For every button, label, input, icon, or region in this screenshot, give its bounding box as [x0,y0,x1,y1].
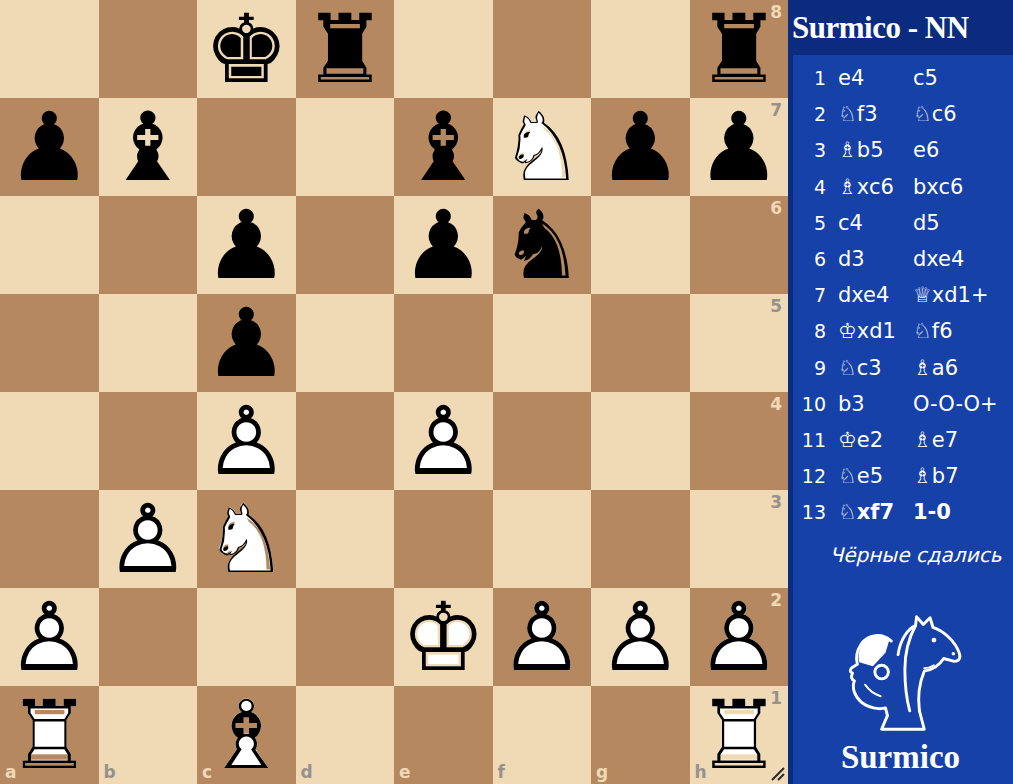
move-row-12: 12♘e5♗b7 [788,458,1013,494]
move-black[interactable]: ♗b7 [913,464,1013,488]
move-row-3: 3♗b5e6 [788,132,1013,168]
square-g7[interactable]: ♟ [591,98,690,196]
white-pawn-outline: ♙ [493,588,592,686]
white-knight-outline: ♘ [197,490,296,588]
move-row-11: 11♔e2♗e7 [788,422,1013,458]
square-h4[interactable]: 4 [690,392,789,490]
square-f3[interactable] [493,490,592,588]
rank-label-6: 6 [770,200,782,217]
move-row-7: 7dxe4♕xd1+ [788,277,1013,313]
move-black[interactable]: ♘c6 [913,102,1013,126]
square-c7[interactable] [197,98,296,196]
square-h6[interactable]: 6 [690,196,789,294]
square-f2[interactable]: ♟♙ [493,588,592,686]
move-number: 7 [788,284,838,306]
file-label-e: e [399,764,411,781]
move-row-4: 4♗xc6bxc6 [788,169,1013,205]
move-white[interactable]: d3 [838,247,913,271]
file-label-a: a [5,764,16,781]
black-bishop: ♝ [99,98,198,196]
square-a3[interactable] [0,490,99,588]
rank-label-3: 3 [770,494,782,511]
square-f8[interactable] [493,0,592,98]
square-b5[interactable] [99,294,198,392]
head-and-knight-logo-icon [831,611,971,737]
square-d2[interactable] [296,588,395,686]
square-c6[interactable]: ♟ [197,196,296,294]
square-h2[interactable]: ♟♙2 [690,588,789,686]
black-pawn: ♟ [197,196,296,294]
square-f4[interactable] [493,392,592,490]
black-king: ♚ [197,0,296,98]
move-number: 4 [788,176,838,198]
move-white[interactable]: ♗xc6 [838,175,913,199]
chess-board: ♚♜♜8♟♝♝♞♘♟♟7♟♟♞6♟5♟♙♟♙4♟♙♞♘3♟♙♚♔♟♙♟♙♟♙2♜… [0,0,788,784]
resize-handle-icon[interactable] [769,765,786,782]
black-knight: ♞ [493,196,592,294]
square-b8[interactable] [99,0,198,98]
square-a4[interactable] [0,392,99,490]
square-d8[interactable]: ♜ [296,0,395,98]
move-black[interactable]: ♗e7 [913,428,1013,452]
move-row-13: 13♘xf71-0 [788,494,1013,530]
square-g2[interactable]: ♟♙ [591,588,690,686]
square-d4[interactable] [296,392,395,490]
move-number: 2 [788,103,838,125]
move-number: 13 [788,501,838,523]
white-king-outline: ♔ [394,588,493,686]
square-d6[interactable] [296,196,395,294]
square-f7[interactable]: ♞♘ [493,98,592,196]
square-c1[interactable]: ♝♗c [197,686,296,784]
move-row-9: 9♘c3♗a6 [788,350,1013,386]
file-label-h: h [695,764,707,781]
black-pawn: ♟ [197,294,296,392]
move-white[interactable]: e4 [838,66,913,90]
move-white[interactable]: ♘e5 [838,464,913,488]
move-number: 1 [788,67,838,89]
white-king: ♚ [394,588,493,686]
square-a5[interactable] [0,294,99,392]
move-list: 1e4c52♘f3♘c63♗b5e64♗xc6bxc65c4d56d3dxe47… [788,55,1013,530]
white-pawn-outline: ♙ [0,588,99,686]
file-label-b: b [104,764,116,781]
title-band: Surmico - NN [788,0,1013,55]
square-b2[interactable] [99,588,198,686]
square-a7[interactable]: ♟ [0,98,99,196]
rank-label-7: 7 [770,102,782,119]
move-white[interactable]: ♘f3 [838,102,913,126]
file-label-g: g [596,764,608,781]
square-a8[interactable] [0,0,99,98]
move-row-10: 10b3O-O-O+ [788,386,1013,422]
move-white[interactable]: ♘xf7 [838,500,913,524]
file-label-c: c [202,764,212,781]
file-label-d: d [301,764,313,781]
move-white[interactable]: ♔e2 [838,428,913,452]
white-pawn-outline: ♙ [99,490,198,588]
square-e3[interactable] [394,490,493,588]
white-knight: ♞ [493,98,592,196]
square-e7[interactable]: ♝ [394,98,493,196]
square-c3[interactable]: ♞♘ [197,490,296,588]
black-pawn: ♟ [0,98,99,196]
square-g6[interactable] [591,196,690,294]
square-c8[interactable]: ♚ [197,0,296,98]
white-pawn: ♟ [394,392,493,490]
move-row-8: 8♔xd1♘f6 [788,313,1013,349]
move-black[interactable]: c5 [913,66,1013,90]
window: ♚♜♜8♟♝♝♞♘♟♟7♟♟♞6♟5♟♙♟♙4♟♙♞♘3♟♙♚♔♟♙♟♙♟♙2♜… [0,0,1013,784]
rank-label-8: 8 [770,4,782,21]
move-black[interactable]: 1-0 [913,500,1013,524]
square-a6[interactable] [0,196,99,294]
move-number: 5 [788,212,838,234]
move-row-1: 1e4c5 [788,60,1013,96]
black-pawn: ♟ [591,98,690,196]
white-pawn: ♟ [591,588,690,686]
white-pawn: ♟ [0,588,99,686]
game-title: Surmico - NN [792,10,969,46]
black-bishop: ♝ [394,98,493,196]
square-e6[interactable]: ♟ [394,196,493,294]
square-e4[interactable]: ♟♙ [394,392,493,490]
square-f1[interactable]: f [493,686,592,784]
white-pawn-outline: ♙ [591,588,690,686]
square-b4[interactable] [99,392,198,490]
logo: Surmico [788,611,1013,784]
square-f5[interactable] [493,294,592,392]
move-white[interactable]: c4 [838,211,913,235]
sidebar: Surmico - NN 1e4c52♘f3♘c63♗b5e64♗xc6bxc6… [788,0,1013,784]
square-b7[interactable]: ♝ [99,98,198,196]
square-d7[interactable] [296,98,395,196]
white-knight: ♞ [197,490,296,588]
square-d1[interactable]: d [296,686,395,784]
square-e2[interactable]: ♚♔ [394,588,493,686]
white-pawn-outline: ♙ [394,392,493,490]
move-white[interactable]: ♔xd1 [838,319,913,343]
sidebar-edge-strip [788,0,793,784]
square-f6[interactable]: ♞ [493,196,592,294]
black-pawn: ♟ [394,196,493,294]
square-h8[interactable]: ♜8 [690,0,789,98]
move-black[interactable]: ♘f6 [913,319,1013,343]
square-h1[interactable]: ♜♖h1 [690,686,789,784]
square-e1[interactable]: e [394,686,493,784]
move-black[interactable]: O-O-O+ [913,392,1013,416]
square-g5[interactable] [591,294,690,392]
white-pawn: ♟ [197,392,296,490]
move-number: 10 [788,393,838,415]
white-pawn-outline: ♙ [197,392,296,490]
move-black[interactable]: e6 [913,138,1013,162]
square-g3[interactable] [591,490,690,588]
square-b3[interactable]: ♟♙ [99,490,198,588]
move-white[interactable]: ♗b5 [838,138,913,162]
move-white[interactable]: b3 [838,392,913,416]
square-a2[interactable]: ♟♙ [0,588,99,686]
black-rook: ♜ [296,0,395,98]
move-number: 12 [788,465,838,487]
square-d5[interactable] [296,294,395,392]
result-note: Чёрные сдались [788,543,1013,567]
move-black[interactable]: dxe4 [913,247,1013,271]
move-number: 11 [788,429,838,451]
square-c4[interactable]: ♟♙ [197,392,296,490]
move-row-5: 5c4d5 [788,205,1013,241]
move-number: 6 [788,248,838,270]
square-e5[interactable] [394,294,493,392]
white-pawn: ♟ [99,490,198,588]
file-label-f: f [498,764,505,781]
move-number: 9 [788,357,838,379]
logo-text: Surmico [841,739,960,776]
rank-label-5: 5 [770,298,782,315]
move-black[interactable]: d5 [913,211,1013,235]
move-row-2: 2♘f3♘c6 [788,96,1013,132]
rank-label-4: 4 [770,396,782,413]
white-knight-outline: ♘ [493,98,592,196]
square-h3[interactable]: 3 [690,490,789,588]
move-black[interactable]: ♕xd1+ [913,283,1013,307]
square-g4[interactable] [591,392,690,490]
square-e8[interactable] [394,0,493,98]
square-b6[interactable] [99,196,198,294]
square-c2[interactable] [197,588,296,686]
white-pawn: ♟ [493,588,592,686]
square-d3[interactable] [296,490,395,588]
move-white[interactable]: ♘c3 [838,356,913,380]
rank-label-1: 1 [770,690,782,707]
square-h5[interactable]: 5 [690,294,789,392]
rank-label-2: 2 [770,592,782,609]
square-a1[interactable]: ♜♖a [0,686,99,784]
move-white[interactable]: dxe4 [838,283,913,307]
square-b1[interactable]: b [99,686,198,784]
move-number: 3 [788,139,838,161]
move-black[interactable]: ♗a6 [913,356,1013,380]
square-g1[interactable]: g [591,686,690,784]
move-number: 8 [788,320,838,342]
square-h7[interactable]: ♟7 [690,98,789,196]
move-black[interactable]: bxc6 [913,175,1013,199]
square-c5[interactable]: ♟ [197,294,296,392]
move-row-6: 6d3dxe4 [788,241,1013,277]
square-g8[interactable] [591,0,690,98]
